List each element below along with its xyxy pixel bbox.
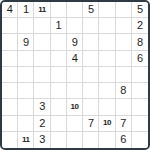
cell-r2c1[interactable] — [2, 18, 18, 34]
cell-r7c4[interactable] — [51, 99, 67, 115]
cell-r8c1[interactable] — [2, 116, 18, 132]
cell-r6c6[interactable] — [83, 83, 99, 99]
clue-number: 3 — [39, 101, 45, 112]
cell-r1c7[interactable] — [99, 2, 115, 18]
clue-number: 8 — [120, 85, 126, 96]
clue-number: 8 — [137, 37, 143, 48]
numberlink-board: 41115512998468310271071136 — [0, 0, 150, 150]
cell-r6c4[interactable] — [51, 83, 67, 99]
cell-r5c1[interactable] — [2, 67, 18, 83]
cell-r3c5[interactable]: 9 — [67, 34, 83, 50]
cell-r7c7[interactable] — [99, 99, 115, 115]
clue-number: 6 — [120, 134, 126, 145]
cell-r7c3[interactable]: 3 — [34, 99, 50, 115]
cell-r2c9[interactable]: 2 — [132, 18, 148, 34]
cell-r4c1[interactable] — [2, 51, 18, 67]
cell-r2c8[interactable] — [116, 18, 132, 34]
clue-number: 5 — [137, 4, 143, 15]
cell-r5c9[interactable] — [132, 67, 148, 83]
clue-number: 9 — [72, 37, 78, 48]
cell-r1c6[interactable]: 5 — [83, 2, 99, 18]
cell-r8c4[interactable] — [51, 116, 67, 132]
cell-r8c5[interactable] — [67, 116, 83, 132]
clue-number: 10 — [103, 119, 111, 127]
cell-r2c5[interactable] — [67, 18, 83, 34]
cell-r9c5[interactable] — [67, 132, 83, 148]
cell-r8c7[interactable]: 10 — [99, 116, 115, 132]
cell-r3c7[interactable] — [99, 34, 115, 50]
cell-r2c6[interactable] — [83, 18, 99, 34]
cell-r6c7[interactable] — [99, 83, 115, 99]
cell-r2c3[interactable] — [34, 18, 50, 34]
cell-r5c8[interactable] — [116, 67, 132, 83]
clue-number: 4 — [72, 53, 78, 64]
cell-r6c2[interactable] — [18, 83, 34, 99]
cell-r6c1[interactable] — [2, 83, 18, 99]
cell-r4c2[interactable] — [18, 51, 34, 67]
cell-r4c7[interactable] — [99, 51, 115, 67]
cell-r7c8[interactable] — [116, 99, 132, 115]
clue-number: 9 — [23, 37, 29, 48]
cell-r9c4[interactable] — [51, 132, 67, 148]
cell-r1c2[interactable]: 1 — [18, 2, 34, 18]
cell-r1c9[interactable]: 5 — [132, 2, 148, 18]
cell-r2c2[interactable] — [18, 18, 34, 34]
cell-r7c9[interactable] — [132, 99, 148, 115]
cell-r1c4[interactable] — [51, 2, 67, 18]
cell-r8c3[interactable]: 2 — [34, 116, 50, 132]
cell-r6c5[interactable] — [67, 83, 83, 99]
cell-r9c1[interactable] — [2, 132, 18, 148]
cell-r7c2[interactable] — [18, 99, 34, 115]
clue-number: 1 — [55, 20, 61, 31]
clue-number: 7 — [88, 118, 94, 129]
cell-r5c3[interactable] — [34, 67, 50, 83]
cell-r5c5[interactable] — [67, 67, 83, 83]
clue-number: 7 — [120, 118, 126, 129]
cell-r1c8[interactable] — [116, 2, 132, 18]
cell-r3c1[interactable] — [2, 34, 18, 50]
clue-number: 4 — [7, 4, 13, 15]
cell-r6c9[interactable] — [132, 83, 148, 99]
cell-r9c9[interactable] — [132, 132, 148, 148]
cell-r4c4[interactable] — [51, 51, 67, 67]
cell-r5c6[interactable] — [83, 67, 99, 83]
clue-number: 6 — [137, 53, 143, 64]
clue-number: 5 — [88, 4, 94, 15]
cell-r3c2[interactable]: 9 — [18, 34, 34, 50]
cell-r5c2[interactable] — [18, 67, 34, 83]
clue-number: 11 — [22, 136, 29, 144]
cell-r2c7[interactable] — [99, 18, 115, 34]
cell-r7c5[interactable]: 10 — [67, 99, 83, 115]
clue-number: 3 — [39, 134, 45, 145]
cell-r7c1[interactable] — [2, 99, 18, 115]
cell-r4c5[interactable]: 4 — [67, 51, 83, 67]
cell-r5c4[interactable] — [51, 67, 67, 83]
cell-r8c9[interactable] — [132, 116, 148, 132]
cell-r9c3[interactable]: 3 — [34, 132, 50, 148]
cell-r1c1[interactable]: 4 — [2, 2, 18, 18]
cell-r6c3[interactable] — [34, 83, 50, 99]
cell-r3c9[interactable]: 8 — [132, 34, 148, 50]
cell-r9c8[interactable]: 6 — [116, 132, 132, 148]
clue-number: 10 — [71, 103, 79, 111]
cell-r6c8[interactable]: 8 — [116, 83, 132, 99]
cell-r3c3[interactable] — [34, 34, 50, 50]
cell-r4c8[interactable] — [116, 51, 132, 67]
cell-r8c6[interactable]: 7 — [83, 116, 99, 132]
cell-r8c2[interactable] — [18, 116, 34, 132]
cell-r5c7[interactable] — [99, 67, 115, 83]
cell-r1c3[interactable]: 11 — [34, 2, 50, 18]
cell-r4c3[interactable] — [34, 51, 50, 67]
clue-number: 2 — [137, 20, 143, 31]
clue-number: 11 — [38, 6, 45, 14]
clue-number: 1 — [23, 4, 29, 15]
cell-r1c5[interactable] — [67, 2, 83, 18]
cell-r4c6[interactable] — [83, 51, 99, 67]
cell-r3c8[interactable] — [116, 34, 132, 50]
cell-r3c6[interactable] — [83, 34, 99, 50]
cell-r9c7[interactable] — [99, 132, 115, 148]
cell-r9c6[interactable] — [83, 132, 99, 148]
cell-r4c9[interactable]: 6 — [132, 51, 148, 67]
cell-r9c2[interactable]: 11 — [18, 132, 34, 148]
cell-r2c4[interactable]: 1 — [51, 18, 67, 34]
cell-r3c4[interactable] — [51, 34, 67, 50]
clue-number: 2 — [39, 118, 45, 129]
cell-r7c6[interactable] — [83, 99, 99, 115]
cell-r8c8[interactable]: 7 — [116, 116, 132, 132]
